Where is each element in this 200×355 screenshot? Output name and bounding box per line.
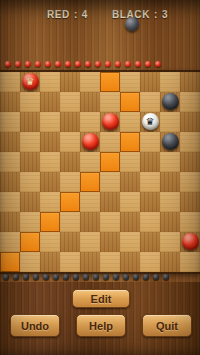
captured-black-dot xyxy=(73,274,79,280)
captured-red-dot xyxy=(35,61,41,67)
square-r8c6[interactable] xyxy=(120,232,140,252)
black-man-piece[interactable] xyxy=(162,133,179,150)
king-crown-icon: ♛ xyxy=(26,76,35,86)
captured-black-dot xyxy=(43,274,49,280)
square-r8c3[interactable] xyxy=(60,232,80,252)
square-r5c6[interactable] xyxy=(120,172,140,192)
square-r4c8[interactable] xyxy=(160,152,180,172)
square-r7c0[interactable] xyxy=(0,212,20,232)
square-r5c5[interactable] xyxy=(100,172,120,192)
captured-red-dot xyxy=(45,61,51,67)
square-r5c3[interactable] xyxy=(60,172,80,192)
red-man-piece[interactable] xyxy=(82,133,99,150)
red-man-piece[interactable] xyxy=(102,113,119,130)
square-r1c1[interactable] xyxy=(20,92,40,112)
highlight-square-r1c6[interactable] xyxy=(120,92,140,112)
captured-red-dot xyxy=(115,61,121,67)
square-r6c8[interactable] xyxy=(160,192,180,212)
square-r8c7[interactable] xyxy=(140,232,160,252)
captured-black-dot xyxy=(123,274,129,280)
red-man-piece[interactable] xyxy=(182,233,199,250)
square-r7c3[interactable] xyxy=(60,212,80,232)
square-r0c7[interactable] xyxy=(140,72,160,92)
square-r9c7[interactable] xyxy=(140,252,160,272)
square-r3c0[interactable] xyxy=(0,132,20,152)
square-r7c4[interactable] xyxy=(80,212,100,232)
square-r0c1[interactable]: ♛ xyxy=(20,72,40,92)
highlight-square-r9c0[interactable] xyxy=(0,252,20,272)
captured-black-dot xyxy=(3,274,9,280)
red-score-label: RED xyxy=(47,9,70,20)
black-score-separator: : xyxy=(154,9,158,20)
square-r7c7[interactable] xyxy=(140,212,160,232)
square-r8c0[interactable] xyxy=(0,232,20,252)
square-r3c9[interactable] xyxy=(180,132,200,152)
edit-button-label: Edit xyxy=(91,293,112,305)
captured-black-dot xyxy=(33,274,39,280)
captured-red-dot xyxy=(155,61,161,67)
square-r6c2[interactable] xyxy=(40,192,60,212)
square-r8c4[interactable] xyxy=(80,232,100,252)
square-r5c7[interactable] xyxy=(140,172,160,192)
square-r4c6[interactable] xyxy=(120,152,140,172)
square-r0c3[interactable] xyxy=(60,72,80,92)
captured-black-dot xyxy=(103,274,109,280)
square-r0c8[interactable] xyxy=(160,72,180,92)
square-r0c0[interactable] xyxy=(0,72,20,92)
square-r1c0[interactable] xyxy=(0,92,20,112)
square-r9c3[interactable] xyxy=(60,252,80,272)
square-r8c9[interactable] xyxy=(180,232,200,252)
square-r7c8[interactable] xyxy=(160,212,180,232)
square-r2c4[interactable] xyxy=(80,112,100,132)
square-r6c4[interactable] xyxy=(80,192,100,212)
square-r6c7[interactable] xyxy=(140,192,160,212)
square-r7c6[interactable] xyxy=(120,212,140,232)
highlight-square-r4c5[interactable] xyxy=(100,152,120,172)
captured-black-dot xyxy=(93,274,99,280)
square-r2c9[interactable] xyxy=(180,112,200,132)
square-r1c7[interactable] xyxy=(140,92,160,112)
square-r6c1[interactable] xyxy=(20,192,40,212)
red-king-piece[interactable]: ♛ xyxy=(22,73,39,90)
square-r2c1[interactable] xyxy=(20,112,40,132)
square-r4c9[interactable] xyxy=(180,152,200,172)
captured-red-dot xyxy=(15,61,21,67)
square-r7c9[interactable] xyxy=(180,212,200,232)
square-r3c5[interactable] xyxy=(100,132,120,152)
square-r2c6[interactable] xyxy=(120,112,140,132)
square-r4c7[interactable] xyxy=(140,152,160,172)
captured-red-dot xyxy=(55,61,61,67)
square-r6c6[interactable] xyxy=(120,192,140,212)
square-r4c2[interactable] xyxy=(40,152,60,172)
highlight-square-r8c1[interactable] xyxy=(20,232,40,252)
highlight-square-r3c6[interactable] xyxy=(120,132,140,152)
square-r0c4[interactable] xyxy=(80,72,100,92)
square-r2c2[interactable] xyxy=(40,112,60,132)
captured-red-dot xyxy=(145,61,151,67)
captured-red-dot xyxy=(5,61,11,67)
captured-black-dot xyxy=(133,274,139,280)
square-r0c6[interactable] xyxy=(120,72,140,92)
undo-button[interactable]: Undo xyxy=(10,314,60,337)
captured-red-dot xyxy=(135,61,141,67)
square-r2c3[interactable] xyxy=(60,112,80,132)
captured-red-dot xyxy=(105,61,111,67)
square-r8c5[interactable] xyxy=(100,232,120,252)
square-r6c5[interactable] xyxy=(100,192,120,212)
highlight-square-r7c2[interactable] xyxy=(40,212,60,232)
square-r1c3[interactable] xyxy=(60,92,80,112)
captured-red-dot xyxy=(95,61,101,67)
red-score-value: 4 xyxy=(82,9,88,20)
square-r3c7[interactable] xyxy=(140,132,160,152)
square-r9c4[interactable] xyxy=(80,252,100,272)
square-r9c8[interactable] xyxy=(160,252,180,272)
square-r9c1[interactable] xyxy=(20,252,40,272)
draughts-board: ♛♛ xyxy=(0,70,200,274)
square-r2c8[interactable] xyxy=(160,112,180,132)
captured-red-tray xyxy=(5,61,161,67)
captured-black-dot xyxy=(53,274,59,280)
quit-button-label: Quit xyxy=(156,320,178,332)
square-r3c8[interactable] xyxy=(160,132,180,152)
quit-button[interactable]: Quit xyxy=(142,314,192,337)
captured-black-dot xyxy=(63,274,69,280)
square-r4c3[interactable] xyxy=(60,152,80,172)
square-r8c8[interactable] xyxy=(160,232,180,252)
square-r6c9[interactable] xyxy=(180,192,200,212)
square-r9c5[interactable] xyxy=(100,252,120,272)
square-r1c8[interactable] xyxy=(160,92,180,112)
square-r2c7[interactable]: ♛ xyxy=(140,112,160,132)
captured-red-dot xyxy=(85,61,91,67)
king-crown-icon: ♛ xyxy=(146,116,155,126)
captured-black-tray xyxy=(3,274,169,280)
undo-button-label: Undo xyxy=(21,320,49,332)
square-r5c2[interactable] xyxy=(40,172,60,192)
captured-black-dot xyxy=(153,274,159,280)
square-r9c2[interactable] xyxy=(40,252,60,272)
square-r3c1[interactable] xyxy=(20,132,40,152)
captured-black-dot xyxy=(83,274,89,280)
black-man-piece[interactable] xyxy=(162,93,179,110)
square-r5c1[interactable] xyxy=(20,172,40,192)
captured-black-dot xyxy=(113,274,119,280)
square-r4c0[interactable] xyxy=(0,152,20,172)
square-r5c8[interactable] xyxy=(160,172,180,192)
square-r3c3[interactable] xyxy=(60,132,80,152)
highlight-square-r6c3[interactable] xyxy=(60,192,80,212)
captured-black-dot xyxy=(23,274,29,280)
square-r1c4[interactable] xyxy=(80,92,100,112)
highlight-square-r5c4[interactable] xyxy=(80,172,100,192)
square-r3c2[interactable] xyxy=(40,132,60,152)
captured-red-dot xyxy=(125,61,131,67)
square-r3c4[interactable] xyxy=(80,132,100,152)
help-button-label: Help xyxy=(89,320,113,332)
square-r1c5[interactable] xyxy=(100,92,120,112)
square-r6c0[interactable] xyxy=(0,192,20,212)
square-r9c6[interactable] xyxy=(120,252,140,272)
square-r2c5[interactable] xyxy=(100,112,120,132)
captured-red-dot xyxy=(65,61,71,67)
square-r7c5[interactable] xyxy=(100,212,120,232)
captured-black-dot xyxy=(143,274,149,280)
captured-black-dot xyxy=(13,274,19,280)
highlight-square-r0c5[interactable] xyxy=(100,72,120,92)
square-r7c1[interactable] xyxy=(20,212,40,232)
captured-red-dot xyxy=(75,61,81,67)
square-r0c9[interactable] xyxy=(180,72,200,92)
black-turn-indicator-piece xyxy=(125,17,139,31)
square-r4c4[interactable] xyxy=(80,152,100,172)
captured-black-dot xyxy=(163,274,169,280)
black-score-value: 3 xyxy=(162,9,168,20)
black-score: BLACK : 3 xyxy=(112,8,168,20)
wood-background: RED : 4 BLACK : 3 ♛♛ Edit Undo Help Quit xyxy=(0,0,200,355)
square-r9c9[interactable] xyxy=(180,252,200,272)
red-score-separator: : xyxy=(74,9,78,20)
black-king-piece[interactable]: ♛ xyxy=(142,113,159,130)
square-r0c2[interactable] xyxy=(40,72,60,92)
square-r8c2[interactable] xyxy=(40,232,60,252)
square-r1c2[interactable] xyxy=(40,92,60,112)
edit-button[interactable]: Edit xyxy=(72,289,130,308)
red-score: RED : 4 xyxy=(47,8,88,20)
square-r2c0[interactable] xyxy=(0,112,20,132)
help-button[interactable]: Help xyxy=(76,314,126,337)
square-r1c9[interactable] xyxy=(180,92,200,112)
square-r5c0[interactable] xyxy=(0,172,20,192)
square-r4c1[interactable] xyxy=(20,152,40,172)
square-r5c9[interactable] xyxy=(180,172,200,192)
captured-red-dot xyxy=(25,61,31,67)
